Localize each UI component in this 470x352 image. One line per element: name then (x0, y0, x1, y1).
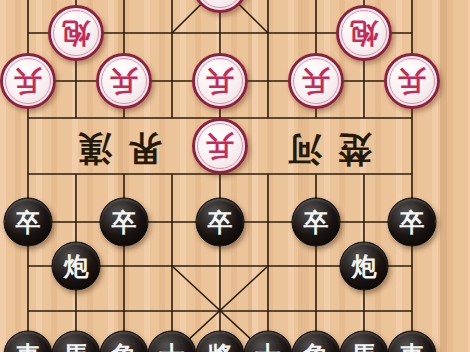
red-soldier-e3[interactable]: 兵 (192, 53, 248, 109)
red-soldier-a3[interactable]: 兵 (0, 53, 56, 109)
black-cannon-h7[interactable]: 炮 (340, 242, 389, 291)
black-piece-character: 卒 (304, 210, 329, 235)
black-piece-character: 象 (304, 343, 329, 352)
black-soldier-c6[interactable]: 卒 (100, 198, 149, 247)
red-cannon-b2[interactable]: 炮 (48, 5, 104, 61)
red-soldier-g3[interactable]: 兵 (288, 53, 344, 109)
black-cannon-b7[interactable]: 炮 (52, 242, 101, 291)
black-piece-character: 象 (112, 343, 137, 352)
red-piece-character: 炮 (350, 19, 378, 47)
black-piece-character: 炮 (352, 254, 377, 279)
river-label-han-jie: 界漢 (62, 132, 162, 166)
black-piece-character: 馬 (352, 343, 377, 352)
black-piece-character: 將 (208, 343, 233, 352)
black-soldier-a6[interactable]: 卒 (4, 198, 53, 247)
black-piece-character: 卒 (16, 210, 41, 235)
red-soldier-i3[interactable]: 兵 (384, 53, 440, 109)
red-piece-character: 兵 (206, 132, 234, 160)
red-piece-character: 炮 (62, 19, 90, 47)
red-cannon-h2[interactable]: 炮 (336, 5, 392, 61)
red-piece-character: 兵 (302, 67, 330, 95)
black-piece-character: 卒 (208, 210, 233, 235)
red-soldier-c3[interactable]: 兵 (96, 53, 152, 109)
xiangqi-board-photo: 界漢 楚河 帥炮炮兵兵兵兵兵兵卒卒卒卒卒炮炮車馬象士將士象馬車 (0, 0, 470, 352)
black-soldier-e6[interactable]: 卒 (196, 198, 245, 247)
black-piece-character: 士 (256, 343, 281, 352)
black-piece-character: 車 (16, 343, 41, 352)
red-piece-character: 兵 (14, 67, 42, 95)
red-piece-character: 兵 (206, 67, 234, 95)
black-piece-character: 車 (400, 343, 425, 352)
black-piece-character: 馬 (64, 343, 89, 352)
black-piece-character: 士 (160, 343, 185, 352)
red-soldier-e4_5[interactable]: 兵 (192, 118, 248, 174)
black-piece-character: 卒 (112, 210, 137, 235)
black-soldier-i6[interactable]: 卒 (388, 198, 437, 247)
black-soldier-g6[interactable]: 卒 (292, 198, 341, 247)
red-piece-character: 兵 (110, 67, 138, 95)
river-label-chu-he: 楚河 (272, 133, 372, 167)
red-piece-character: 兵 (398, 67, 426, 95)
black-piece-character: 炮 (64, 254, 89, 279)
black-piece-character: 卒 (400, 210, 425, 235)
